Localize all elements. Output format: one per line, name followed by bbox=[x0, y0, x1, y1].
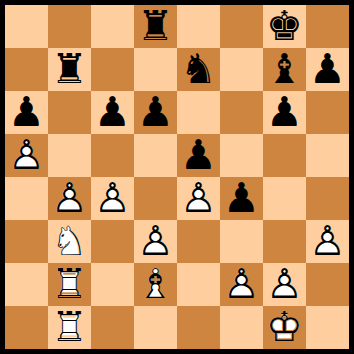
square-e6[interactable] bbox=[177, 91, 220, 134]
square-d6[interactable]: ♟ bbox=[134, 91, 177, 134]
square-a3[interactable] bbox=[5, 220, 48, 263]
black-bishop-icon: ♝ bbox=[263, 48, 306, 91]
black-pawn-icon: ♟ bbox=[5, 91, 48, 134]
black-knight-icon: ♞ bbox=[177, 48, 220, 91]
square-a6[interactable]: ♟ bbox=[5, 91, 48, 134]
white-pawn-icon: ♟♙ bbox=[220, 263, 263, 306]
square-c8[interactable] bbox=[91, 5, 134, 48]
white-pawn-icon: ♟♙ bbox=[48, 177, 91, 220]
square-d2[interactable]: ♝♗ bbox=[134, 263, 177, 306]
square-f5[interactable] bbox=[220, 134, 263, 177]
square-a7[interactable] bbox=[5, 48, 48, 91]
black-pawn-icon: ♟ bbox=[306, 48, 349, 91]
square-e2[interactable] bbox=[177, 263, 220, 306]
white-king-icon: ♚♔ bbox=[263, 306, 306, 349]
white-pawn-icon: ♟♙ bbox=[134, 220, 177, 263]
black-pawn-icon: ♟ bbox=[263, 91, 306, 134]
white-knight-icon: ♞♘ bbox=[48, 220, 91, 263]
white-pawn-icon: ♟♙ bbox=[5, 134, 48, 177]
square-c7[interactable] bbox=[91, 48, 134, 91]
square-a1[interactable] bbox=[5, 306, 48, 349]
square-e8[interactable] bbox=[177, 5, 220, 48]
square-d5[interactable] bbox=[134, 134, 177, 177]
white-pawn-icon: ♟♙ bbox=[177, 177, 220, 220]
black-king-icon: ♚ bbox=[263, 5, 306, 48]
square-d1[interactable] bbox=[134, 306, 177, 349]
square-h6[interactable] bbox=[306, 91, 349, 134]
white-rook-icon: ♜♖ bbox=[48, 306, 91, 349]
square-e5[interactable]: ♟ bbox=[177, 134, 220, 177]
square-f2[interactable]: ♟♙ bbox=[220, 263, 263, 306]
square-c4[interactable]: ♟♙ bbox=[91, 177, 134, 220]
black-rook-icon: ♜ bbox=[48, 48, 91, 91]
square-e1[interactable] bbox=[177, 306, 220, 349]
white-pawn-icon: ♟♙ bbox=[263, 263, 306, 306]
square-d3[interactable]: ♟♙ bbox=[134, 220, 177, 263]
square-f4[interactable]: ♟ bbox=[220, 177, 263, 220]
square-b4[interactable]: ♟♙ bbox=[48, 177, 91, 220]
square-g7[interactable]: ♝ bbox=[263, 48, 306, 91]
square-h5[interactable] bbox=[306, 134, 349, 177]
square-f1[interactable] bbox=[220, 306, 263, 349]
black-pawn-icon: ♟ bbox=[134, 91, 177, 134]
square-e7[interactable]: ♞ bbox=[177, 48, 220, 91]
black-pawn-icon: ♟ bbox=[91, 91, 134, 134]
black-rook-icon: ♜ bbox=[134, 5, 177, 48]
square-a5[interactable]: ♟♙ bbox=[5, 134, 48, 177]
square-h2[interactable] bbox=[306, 263, 349, 306]
square-a8[interactable] bbox=[5, 5, 48, 48]
square-a4[interactable] bbox=[5, 177, 48, 220]
white-rook-icon: ♜♖ bbox=[48, 263, 91, 306]
square-c2[interactable] bbox=[91, 263, 134, 306]
square-g4[interactable] bbox=[263, 177, 306, 220]
square-g6[interactable]: ♟ bbox=[263, 91, 306, 134]
square-f6[interactable] bbox=[220, 91, 263, 134]
square-b2[interactable]: ♜♖ bbox=[48, 263, 91, 306]
square-a2[interactable] bbox=[5, 263, 48, 306]
square-e3[interactable] bbox=[177, 220, 220, 263]
square-b6[interactable] bbox=[48, 91, 91, 134]
square-c6[interactable]: ♟ bbox=[91, 91, 134, 134]
square-f7[interactable] bbox=[220, 48, 263, 91]
square-h4[interactable] bbox=[306, 177, 349, 220]
square-d4[interactable] bbox=[134, 177, 177, 220]
square-c1[interactable] bbox=[91, 306, 134, 349]
square-h1[interactable] bbox=[306, 306, 349, 349]
square-f8[interactable] bbox=[220, 5, 263, 48]
square-f3[interactable] bbox=[220, 220, 263, 263]
square-g1[interactable]: ♚♔ bbox=[263, 306, 306, 349]
square-h7[interactable]: ♟ bbox=[306, 48, 349, 91]
square-b5[interactable] bbox=[48, 134, 91, 177]
square-h8[interactable] bbox=[306, 5, 349, 48]
square-b3[interactable]: ♞♘ bbox=[48, 220, 91, 263]
square-g2[interactable]: ♟♙ bbox=[263, 263, 306, 306]
square-h3[interactable]: ♟♙ bbox=[306, 220, 349, 263]
black-pawn-icon: ♟ bbox=[177, 134, 220, 177]
square-g3[interactable] bbox=[263, 220, 306, 263]
square-g5[interactable] bbox=[263, 134, 306, 177]
square-c5[interactable] bbox=[91, 134, 134, 177]
square-d8[interactable]: ♜ bbox=[134, 5, 177, 48]
square-b7[interactable]: ♜ bbox=[48, 48, 91, 91]
square-b1[interactable]: ♜♖ bbox=[48, 306, 91, 349]
square-c3[interactable] bbox=[91, 220, 134, 263]
chess-board-frame: ♜♚♜♞♝♟♟♟♟♟♟♙♟♟♙♟♙♟♙♟♞♘♟♙♟♙♜♖♝♗♟♙♟♙♜♖♚♔ bbox=[0, 0, 354, 354]
white-bishop-icon: ♝♗ bbox=[134, 263, 177, 306]
black-pawn-icon: ♟ bbox=[220, 177, 263, 220]
white-pawn-icon: ♟♙ bbox=[91, 177, 134, 220]
square-b8[interactable] bbox=[48, 5, 91, 48]
chess-board: ♜♚♜♞♝♟♟♟♟♟♟♙♟♟♙♟♙♟♙♟♞♘♟♙♟♙♜♖♝♗♟♙♟♙♜♖♚♔ bbox=[5, 5, 349, 349]
square-g8[interactable]: ♚ bbox=[263, 5, 306, 48]
square-d7[interactable] bbox=[134, 48, 177, 91]
square-e4[interactable]: ♟♙ bbox=[177, 177, 220, 220]
white-pawn-icon: ♟♙ bbox=[306, 220, 349, 263]
